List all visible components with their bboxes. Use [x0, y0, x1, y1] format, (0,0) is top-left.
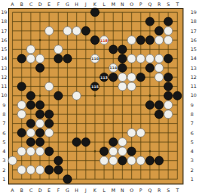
black-stone-N13[interactable]: [118, 64, 127, 73]
white-stone-B2[interactable]: [17, 166, 26, 175]
stone-circle-D8: [36, 110, 45, 119]
row-label-left-3: 3: [2, 158, 5, 163]
black-stone-K11[interactable]: 115: [91, 82, 100, 91]
black-stone-C5[interactable]: [27, 138, 36, 147]
row-label-left-1: 1: [2, 177, 5, 182]
stone-circle-F2: [54, 166, 63, 175]
white-stone-S17[interactable]: [164, 27, 173, 36]
col-label-bottom-M: M: [111, 188, 115, 193]
stone-circle-O16: [127, 36, 136, 45]
stone-circle-F14: [54, 54, 63, 63]
white-stone-S9[interactable]: [164, 101, 173, 110]
stone-circle-M3: [109, 156, 118, 165]
black-stone-C7[interactable]: [27, 119, 36, 128]
black-stone-M15[interactable]: [109, 45, 118, 54]
stone-circle-C5: [27, 138, 36, 147]
stone-circle-G1: [63, 175, 72, 184]
stone-circle-D4: [36, 147, 45, 156]
black-stone-Q13[interactable]: [146, 64, 155, 73]
black-stone-N15[interactable]: [118, 45, 127, 54]
stone-circle-C15: [27, 45, 36, 54]
row-label-left-8: 8: [2, 112, 5, 117]
white-stone-B4[interactable]: [17, 147, 26, 156]
stone-circle-R12: [155, 73, 164, 82]
row-label-left-14: 14: [1, 56, 7, 61]
stone-circle-S11: [164, 82, 173, 91]
black-stone-R8[interactable]: [155, 110, 164, 119]
stone-circle-Q9: [146, 101, 155, 110]
stone-circle-E17: [45, 27, 54, 36]
white-stone-O14[interactable]: [127, 54, 136, 63]
white-stone-H17[interactable]: [72, 27, 81, 36]
stone-circle-G14: [63, 54, 72, 63]
col-label-bottom-T: T: [175, 188, 179, 193]
row-label-left-5: 5: [2, 140, 5, 145]
stone-circle-F15: [54, 45, 63, 54]
row-label-left-2: 2: [2, 168, 5, 173]
row-label-right-3: 3: [191, 158, 194, 163]
white-stone-E6[interactable]: [45, 129, 54, 138]
white-stone-R12[interactable]: [155, 73, 164, 82]
row-label-right-9: 9: [191, 103, 194, 108]
row-label-right-18: 18: [191, 19, 197, 24]
white-stone-N4[interactable]: [118, 147, 127, 156]
stone-circle-E11: [45, 82, 54, 91]
stone-circle-O6: [127, 129, 136, 138]
stone-circle-B14: [17, 54, 26, 63]
col-label-bottom-E: E: [48, 188, 51, 193]
col-label-top-L: L: [103, 2, 106, 7]
black-stone-B11[interactable]: [17, 82, 26, 91]
black-stone-C10[interactable]: [27, 91, 36, 100]
black-stone-S11[interactable]: [164, 82, 173, 91]
row-label-right-19: 19: [191, 10, 197, 15]
stone-circle-B8: [17, 110, 26, 119]
white-stone-N12[interactable]: [118, 73, 127, 82]
stone-circle-M4: [109, 147, 118, 156]
row-label-left-15: 15: [1, 47, 7, 52]
stone-circle-K19: [91, 8, 100, 17]
stone-circle-R3: [155, 156, 164, 165]
black-stone-K16[interactable]: [91, 36, 100, 45]
black-stone-Q16[interactable]: [146, 36, 155, 45]
row-label-right-14: 14: [191, 56, 197, 61]
star-point-Q10: [149, 95, 151, 97]
stone-circle-D7: [36, 119, 45, 128]
black-stone-D8[interactable]: [36, 110, 45, 119]
white-stone-C14[interactable]: [27, 54, 36, 63]
stone-circle-O14: [127, 54, 136, 63]
black-stone-R3[interactable]: [155, 156, 164, 165]
black-stone-R17[interactable]: [155, 27, 164, 36]
row-label-left-19: 19: [1, 10, 7, 15]
stone-circle-N12: [118, 73, 127, 82]
black-stone-G1[interactable]: [63, 175, 72, 184]
white-stone-O11[interactable]: [127, 82, 136, 91]
col-label-top-T: T: [175, 2, 179, 7]
col-label-bottom-P: P: [139, 188, 142, 193]
stone-circle-Q16: [146, 36, 155, 45]
stone-circle-D6: [36, 129, 45, 138]
col-label-top-Q: Q: [148, 2, 152, 7]
white-stone-E17[interactable]: [45, 27, 54, 36]
col-label-top-E: E: [48, 2, 51, 7]
stone-circle-E8: [45, 110, 54, 119]
white-stone-R13[interactable]: [155, 64, 164, 73]
stone-circle-R8: [155, 110, 164, 119]
move-number-M13: 114: [110, 66, 118, 70]
stone-circle-S17: [164, 27, 173, 36]
col-label-top-O: O: [130, 2, 134, 7]
stone-circle-H17: [72, 27, 81, 36]
stone-circle-B11: [17, 82, 26, 91]
stone-circle-D5: [36, 138, 45, 147]
white-stone-M13[interactable]: 114: [109, 64, 118, 73]
stone-circle-T10: [173, 91, 182, 100]
row-label-right-17: 17: [191, 29, 197, 34]
stone-circle-S8: [164, 110, 173, 119]
white-stone-S8[interactable]: [164, 110, 173, 119]
white-stone-D14[interactable]: [36, 54, 45, 63]
white-stone-K14[interactable]: 110: [91, 54, 100, 63]
col-label-bottom-N: N: [121, 188, 125, 193]
stone-circle-S10: [164, 91, 173, 100]
black-stone-E4[interactable]: [45, 147, 54, 156]
col-label-top-F: F: [57, 2, 60, 7]
star-point-K10: [94, 95, 96, 97]
stone-circle-K16: [91, 36, 100, 45]
row-label-right-11: 11: [191, 84, 197, 89]
stone-circle-Q14: [146, 54, 155, 63]
stone-circle-N5: [118, 138, 127, 147]
stone-circle-B9: [17, 101, 26, 110]
white-stone-O6[interactable]: [127, 129, 136, 138]
stone-circle-G17: [63, 27, 72, 36]
stone-circle-J17: [81, 27, 90, 36]
black-stone-K19[interactable]: [91, 8, 100, 17]
col-label-bottom-J: J: [84, 188, 86, 193]
black-stone-J5[interactable]: [81, 138, 90, 147]
stone-circle-M12: [109, 73, 118, 82]
col-label-top-H: H: [75, 2, 79, 7]
black-stone-J17[interactable]: [81, 27, 90, 36]
move-number-K11: 115: [91, 85, 99, 89]
stone-circle-B6: [17, 129, 26, 138]
row-label-right-6: 6: [191, 131, 194, 136]
white-stone-C4[interactable]: [27, 147, 36, 156]
stone-circle-N15: [118, 45, 127, 54]
black-stone-E8[interactable]: [45, 110, 54, 119]
stone-circle-D9: [36, 101, 45, 110]
stone-circle-J5: [81, 138, 90, 147]
stone-circle-N14: [118, 54, 127, 63]
white-stone-S16[interactable]: [164, 36, 173, 45]
white-stone-P6[interactable]: [136, 129, 145, 138]
stone-circle-R17: [155, 27, 164, 36]
move-number-K14: 110: [91, 57, 99, 61]
black-stone-T10[interactable]: [173, 91, 182, 100]
stone-circle-C4: [27, 147, 36, 156]
black-stone-C9[interactable]: [27, 101, 36, 110]
black-stone-B6[interactable]: [17, 129, 26, 138]
row-label-right-1: 1: [191, 177, 194, 182]
stone-circle-B2: [17, 166, 26, 175]
stone-circle-Q3: [146, 156, 155, 165]
black-stone-B14[interactable]: [17, 54, 26, 63]
white-stone-O12[interactable]: [127, 73, 136, 82]
white-stone-M4[interactable]: [109, 147, 118, 156]
go-board[interactable]: AABBCCDDEEFFGGHHJJKKLLMMNNOOPPQQRRSSTT19…: [0, 0, 200, 194]
stone-circle-H5: [72, 138, 81, 147]
move-number-L16: 118: [100, 39, 108, 43]
row-label-left-17: 17: [1, 29, 7, 34]
stone-circle-S12: [164, 73, 173, 82]
row-label-right-7: 7: [191, 121, 194, 126]
stone-circle-O3: [127, 156, 136, 165]
move-number-L12: 113: [100, 76, 108, 80]
stone-circle-E2: [45, 166, 54, 175]
white-stone-E11[interactable]: [45, 82, 54, 91]
col-label-top-S: S: [167, 2, 170, 7]
stone-circle-S16: [164, 36, 173, 45]
black-stone-G14[interactable]: [63, 54, 72, 63]
black-stone-P12[interactable]: [136, 73, 145, 82]
row-label-right-15: 15: [191, 47, 197, 52]
stone-circle-P6: [136, 129, 145, 138]
stone-circle-Q18: [146, 17, 155, 26]
row-label-left-7: 7: [2, 121, 5, 126]
stone-circle-R16: [155, 36, 164, 45]
black-stone-R9[interactable]: [155, 101, 164, 110]
white-stone-D7[interactable]: [36, 119, 45, 128]
white-stone-C6[interactable]: [27, 129, 36, 138]
stone-circle-R14: [155, 54, 164, 63]
stone-circle-C10: [27, 91, 36, 100]
white-stone-P3[interactable]: [136, 156, 145, 165]
col-label-top-J: J: [84, 2, 86, 7]
black-stone-S14[interactable]: [164, 54, 173, 63]
row-label-left-18: 18: [1, 19, 7, 24]
black-stone-N3[interactable]: [118, 156, 127, 165]
white-stone-G17[interactable]: [63, 27, 72, 36]
col-label-top-G: G: [66, 2, 70, 7]
black-stone-Q3[interactable]: [146, 156, 155, 165]
white-stone-N11[interactable]: [118, 82, 127, 91]
stone-circle-M5: [109, 138, 118, 147]
stone-circle-D14: [36, 54, 45, 63]
row-label-right-10: 10: [191, 93, 197, 98]
row-label-left-4: 4: [2, 149, 5, 154]
stone-circle-H10: [72, 91, 81, 100]
col-label-bottom-G: G: [66, 188, 70, 193]
star-point-D16: [39, 39, 41, 41]
black-stone-S18[interactable]: [164, 17, 173, 26]
black-stone-L12[interactable]: 113: [100, 73, 109, 82]
stone-circle-C7: [27, 119, 36, 128]
stone-circle-D2: [36, 166, 45, 175]
stone-circle-C9: [27, 101, 36, 110]
white-stone-M3[interactable]: [109, 156, 118, 165]
white-stone-O3[interactable]: [127, 156, 136, 165]
black-stone-D9[interactable]: [36, 101, 45, 110]
white-stone-D4[interactable]: [36, 147, 45, 156]
stone-circle-S18: [164, 17, 173, 26]
col-label-bottom-L: L: [103, 188, 106, 193]
stone-circle-L4: [100, 147, 109, 156]
white-stone-O16[interactable]: [127, 36, 136, 45]
stone-circle-Q13: [146, 64, 155, 73]
col-label-bottom-H: H: [75, 188, 79, 193]
row-label-right-13: 13: [191, 66, 197, 71]
black-stone-D6[interactable]: [36, 129, 45, 138]
row-label-right-5: 5: [191, 140, 194, 145]
stone-circle-S14: [164, 54, 173, 63]
stone-circle-S9: [164, 101, 173, 110]
white-stone-C2[interactable]: [27, 166, 36, 175]
stone-circle-E7: [45, 119, 54, 128]
stone-circle-C6: [27, 129, 36, 138]
stone-circle-O11: [127, 82, 136, 91]
black-stone-Q18[interactable]: [146, 17, 155, 26]
stone-circle-P12: [136, 73, 145, 82]
stone-circle-D13: [36, 64, 45, 73]
white-stone-P14[interactable]: [136, 54, 145, 63]
col-label-bottom-D: D: [38, 188, 42, 193]
black-stone-E7[interactable]: [45, 119, 54, 128]
row-label-right-16: 16: [191, 38, 197, 43]
black-stone-L4[interactable]: [100, 147, 109, 156]
row-label-right-8: 8: [191, 112, 194, 117]
white-stone-L16[interactable]: 118: [100, 36, 109, 45]
stone-circle-E4: [45, 147, 54, 156]
col-label-top-P: P: [139, 2, 142, 7]
black-stone-S12[interactable]: [164, 73, 173, 82]
col-label-top-D: D: [38, 2, 42, 7]
col-label-bottom-O: O: [130, 188, 134, 193]
black-stone-S10[interactable]: [164, 91, 173, 100]
stone-circle-N13: [118, 64, 127, 73]
stone-circle-P3: [136, 156, 145, 165]
black-stone-M12[interactable]: [109, 73, 118, 82]
stone-circle-R9: [155, 101, 164, 110]
col-label-bottom-Q: Q: [148, 188, 152, 193]
white-stone-R16[interactable]: [155, 36, 164, 45]
row-label-right-12: 12: [191, 75, 197, 80]
row-label-left-12: 12: [1, 75, 7, 80]
stone-circle-N4: [118, 147, 127, 156]
black-stone-D13[interactable]: [36, 64, 45, 73]
row-label-left-9: 9: [2, 103, 5, 108]
stone-circle-N11: [118, 82, 127, 91]
black-stone-F10[interactable]: [54, 91, 63, 100]
col-label-top-N: N: [121, 2, 125, 7]
black-stone-E2[interactable]: [45, 166, 54, 175]
black-stone-M5[interactable]: [109, 138, 118, 147]
stone-circle-N3: [118, 156, 127, 165]
black-stone-F14[interactable]: [54, 54, 63, 63]
col-label-bottom-F: F: [57, 188, 60, 193]
stone-circle-P14: [136, 54, 145, 63]
stone-circle-C14: [27, 54, 36, 63]
white-stone-B9[interactable]: [17, 101, 26, 110]
col-label-bottom-S: S: [167, 188, 170, 193]
row-label-right-4: 4: [191, 149, 194, 154]
col-label-bottom-B: B: [20, 188, 23, 193]
black-stone-F2[interactable]: [54, 166, 63, 175]
white-stone-C15[interactable]: [27, 45, 36, 54]
white-stone-D2[interactable]: [36, 166, 45, 175]
row-label-left-10: 10: [1, 93, 7, 98]
stone-circle-O12: [127, 73, 136, 82]
star-point-K4: [94, 150, 96, 152]
row-label-left-6: 6: [2, 131, 5, 136]
black-stone-F3[interactable]: [54, 156, 63, 165]
white-stone-B8[interactable]: [17, 110, 26, 119]
stone-circle-B4: [17, 147, 26, 156]
stone-circle-P16: [136, 36, 145, 45]
row-label-right-2: 2: [191, 168, 194, 173]
white-stone-N5[interactable]: [118, 138, 127, 147]
stone-circle-E6: [45, 129, 54, 138]
stone-circle-A3: [8, 156, 17, 165]
white-stone-H10[interactable]: [72, 91, 81, 100]
stone-circle-L3: [100, 156, 109, 165]
white-stone-A3[interactable]: [8, 156, 17, 165]
col-label-top-M: M: [111, 2, 115, 7]
star-point-Q4: [149, 150, 151, 152]
white-stone-F15[interactable]: [54, 45, 63, 54]
row-label-left-11: 11: [1, 84, 7, 89]
star-point-D10: [39, 95, 41, 97]
stone-circle-F10: [54, 91, 63, 100]
black-stone-Q9[interactable]: [146, 101, 155, 110]
white-stone-Q14[interactable]: [146, 54, 155, 63]
go-diagram: AABBCCDDEEFFGGHHJJKKLLMMNNOOPPQQRRSSTT19…: [0, 0, 200, 194]
stone-circle-R13: [155, 64, 164, 73]
white-stone-R14[interactable]: [155, 54, 164, 63]
black-stone-H5[interactable]: [72, 138, 81, 147]
white-stone-L3[interactable]: [100, 156, 109, 165]
black-stone-D5[interactable]: [36, 138, 45, 147]
stone-circle-M15: [109, 45, 118, 54]
stone-circle-C2: [27, 166, 36, 175]
black-stone-O4[interactable]: [127, 147, 136, 156]
stone-circle-F3: [54, 156, 63, 165]
black-stone-P16[interactable]: [136, 36, 145, 45]
black-stone-N14[interactable]: [118, 54, 127, 63]
row-label-left-13: 13: [1, 66, 7, 71]
col-label-top-B: B: [20, 2, 23, 7]
row-label-left-16: 16: [1, 38, 7, 43]
stone-circle-O4: [127, 147, 136, 156]
